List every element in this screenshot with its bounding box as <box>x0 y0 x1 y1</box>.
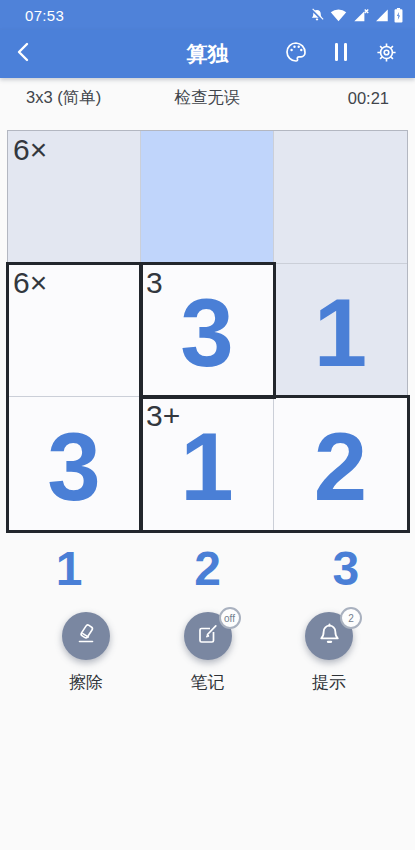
cell-value: 1 <box>314 285 367 381</box>
hint-label: 提示 <box>312 671 346 694</box>
bell-muted-icon <box>309 8 325 23</box>
cell-r1c1[interactable]: 3 3 <box>141 264 274 397</box>
hint-circle[interactable]: 2 <box>305 612 353 660</box>
cell-r1c2[interactable]: 1 <box>274 264 407 397</box>
numkey-2[interactable]: 2 <box>138 540 276 598</box>
theme-button[interactable] <box>283 41 309 67</box>
settings-button[interactable] <box>373 41 399 67</box>
board-cells: 6× 6× 3 3 1 3 3+ 1 <box>8 131 407 530</box>
cell-r2c2[interactable]: 2 <box>274 397 407 530</box>
notes-button[interactable]: off 笔记 <box>180 612 236 694</box>
hint-button[interactable]: 2 提示 <box>301 612 357 694</box>
cage-clue: 3 <box>146 264 163 302</box>
difficulty-label: 3x3 (简单) <box>26 87 147 109</box>
cell-r2c1[interactable]: 3+ 1 <box>141 397 274 530</box>
back-button[interactable] <box>16 39 46 69</box>
clock: 07:53 <box>25 7 64 24</box>
signal-icon <box>374 8 389 22</box>
eraser-icon <box>73 621 99 651</box>
erase-circle[interactable] <box>62 612 110 660</box>
pause-icon <box>333 41 349 67</box>
numkey-3[interactable]: 3 <box>277 540 415 598</box>
cell-r2c0[interactable]: 3 <box>8 397 141 530</box>
cell-value: 2 <box>314 419 367 515</box>
palette-icon <box>284 40 308 68</box>
action-buttons: 擦除 off 笔记 2 提示 <box>0 612 415 694</box>
gear-icon <box>375 41 398 68</box>
number-pad: 1 2 3 <box>0 540 415 598</box>
hint-count-badge: 2 <box>340 607 362 629</box>
cage-clue: 3+ <box>146 397 180 435</box>
calcudoku-board: 6× 6× 3 3 1 3 3+ 1 <box>7 130 408 531</box>
back-icon <box>16 42 30 66</box>
pause-button[interactable] <box>328 41 354 67</box>
status-bar: 07:53 <box>0 0 415 30</box>
battery-charging-icon <box>394 8 403 23</box>
cell-r0c1-selected[interactable] <box>141 131 274 264</box>
appbar-actions <box>283 41 399 67</box>
cage-clue: 6× <box>13 264 47 302</box>
status-icons <box>309 8 403 23</box>
notes-circle[interactable]: off <box>184 612 232 660</box>
wifi-icon <box>330 8 347 22</box>
notes-mode-badge: off <box>219 607 241 629</box>
cell-value: 1 <box>180 419 233 515</box>
cell-r0c2[interactable] <box>274 131 407 264</box>
info-bar: 3x3 (简单) 检查无误 00:21 <box>0 78 415 118</box>
cell-r1c0[interactable]: 6× <box>8 264 141 397</box>
app-bar: 算独 <box>0 30 415 78</box>
erase-button[interactable]: 擦除 <box>58 612 114 694</box>
timer-label: 00:21 <box>268 89 389 108</box>
cell-value: 3 <box>180 285 233 381</box>
numkey-1[interactable]: 1 <box>0 540 138 598</box>
bell-hint-icon <box>316 621 343 652</box>
erase-label: 擦除 <box>69 671 103 694</box>
note-edit-icon <box>195 621 221 651</box>
signal-x-icon <box>352 8 369 22</box>
cage-clue: 6× <box>13 131 47 169</box>
cell-r0c0[interactable]: 6× <box>8 131 141 264</box>
check-status-label: 检查无误 <box>147 87 268 109</box>
notes-label: 笔记 <box>191 671 225 694</box>
cell-value: 3 <box>47 419 100 515</box>
